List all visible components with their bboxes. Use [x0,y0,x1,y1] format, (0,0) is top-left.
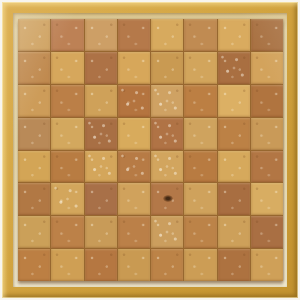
checkerboard [18,19,283,281]
square-c1[interactable] [85,249,117,281]
square-d3[interactable] [118,183,150,215]
square-a1[interactable] [18,249,50,281]
square-g1[interactable] [218,249,250,281]
square-g5[interactable] [218,118,250,150]
square-g7[interactable] [218,52,250,84]
square-e3[interactable] [151,183,183,215]
square-c8[interactable] [85,19,117,51]
square-e7[interactable] [151,52,183,84]
square-e2[interactable] [151,216,183,248]
square-b6[interactable] [51,85,83,117]
square-f4[interactable] [184,151,216,183]
wood-knot [163,195,173,202]
square-h4[interactable] [251,151,283,183]
square-e5[interactable] [151,118,183,150]
square-h2[interactable] [251,216,283,248]
square-b5[interactable] [51,118,83,150]
square-d8[interactable] [118,19,150,51]
square-a4[interactable] [18,151,50,183]
square-f1[interactable] [184,249,216,281]
square-d6[interactable] [118,85,150,117]
square-e4[interactable] [151,151,183,183]
square-g3[interactable] [218,183,250,215]
framed-board-photo [0,0,300,300]
square-e8[interactable] [151,19,183,51]
square-h5[interactable] [251,118,283,150]
square-b8[interactable] [51,19,83,51]
square-b4[interactable] [51,151,83,183]
square-g2[interactable] [218,216,250,248]
square-h1[interactable] [251,249,283,281]
square-h6[interactable] [251,85,283,117]
square-b1[interactable] [51,249,83,281]
square-g6[interactable] [218,85,250,117]
square-g4[interactable] [218,151,250,183]
square-h7[interactable] [251,52,283,84]
square-a8[interactable] [18,19,50,51]
square-b3[interactable] [51,183,83,215]
square-f5[interactable] [184,118,216,150]
square-a3[interactable] [18,183,50,215]
square-c5[interactable] [85,118,117,150]
square-c4[interactable] [85,151,117,183]
square-d1[interactable] [118,249,150,281]
square-d7[interactable] [118,52,150,84]
square-h8[interactable] [251,19,283,51]
square-d4[interactable] [118,151,150,183]
square-c3[interactable] [85,183,117,215]
square-a6[interactable] [18,85,50,117]
square-e6[interactable] [151,85,183,117]
square-b2[interactable] [51,216,83,248]
square-h3[interactable] [251,183,283,215]
square-d5[interactable] [118,118,150,150]
square-d2[interactable] [118,216,150,248]
square-f3[interactable] [184,183,216,215]
square-f2[interactable] [184,216,216,248]
square-a2[interactable] [18,216,50,248]
square-g8[interactable] [218,19,250,51]
square-b7[interactable] [51,52,83,84]
square-c2[interactable] [85,216,117,248]
square-c7[interactable] [85,52,117,84]
square-a5[interactable] [18,118,50,150]
square-f8[interactable] [184,19,216,51]
square-f6[interactable] [184,85,216,117]
square-c6[interactable] [85,85,117,117]
square-e1[interactable] [151,249,183,281]
square-f7[interactable] [184,52,216,84]
square-a7[interactable] [18,52,50,84]
